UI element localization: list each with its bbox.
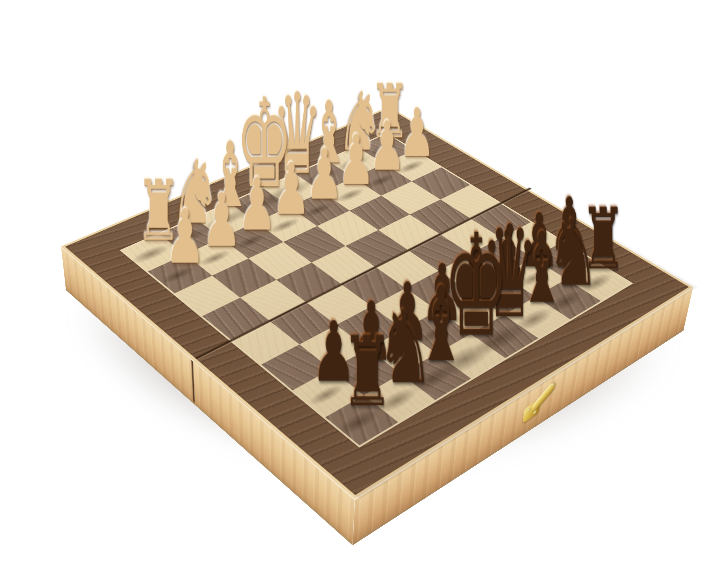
chess-set-product-photo: ♜♞♝♛♚♝♞♜♟♟♟♟♟♟♟♟♟♟♟♟♟♟♟♟♜♞♝♛♚♝♞♜	[0, 0, 717, 580]
fold-seam-side	[191, 359, 195, 403]
white-pawn-glyph: ♟	[123, 199, 245, 274]
perspective-wrapper: ♜♞♝♛♚♝♞♜♟♟♟♟♟♟♟♟♟♟♟♟♟♟♟♟♜♞♝♛♚♝♞♜	[0, 0, 717, 580]
board-top-surface: ♜♞♝♛♚♝♞♜♟♟♟♟♟♟♟♟♟♟♟♟♟♟♟♟♜♞♝♛♚♝♞♜	[61, 106, 693, 498]
piece-layer: ♜♞♝♛♚♝♞♜♟♟♟♟♟♟♟♟♟♟♟♟♟♟♟♟♜♞♝♛♚♝♞♜	[65, 107, 697, 500]
black-rook-glyph: ♜	[298, 324, 436, 420]
photo-scene: ♜♞♝♛♚♝♞♜♟♟♟♟♟♟♟♟♟♟♟♟♟♟♟♟♜♞♝♛♚♝♞♜	[0, 0, 717, 580]
